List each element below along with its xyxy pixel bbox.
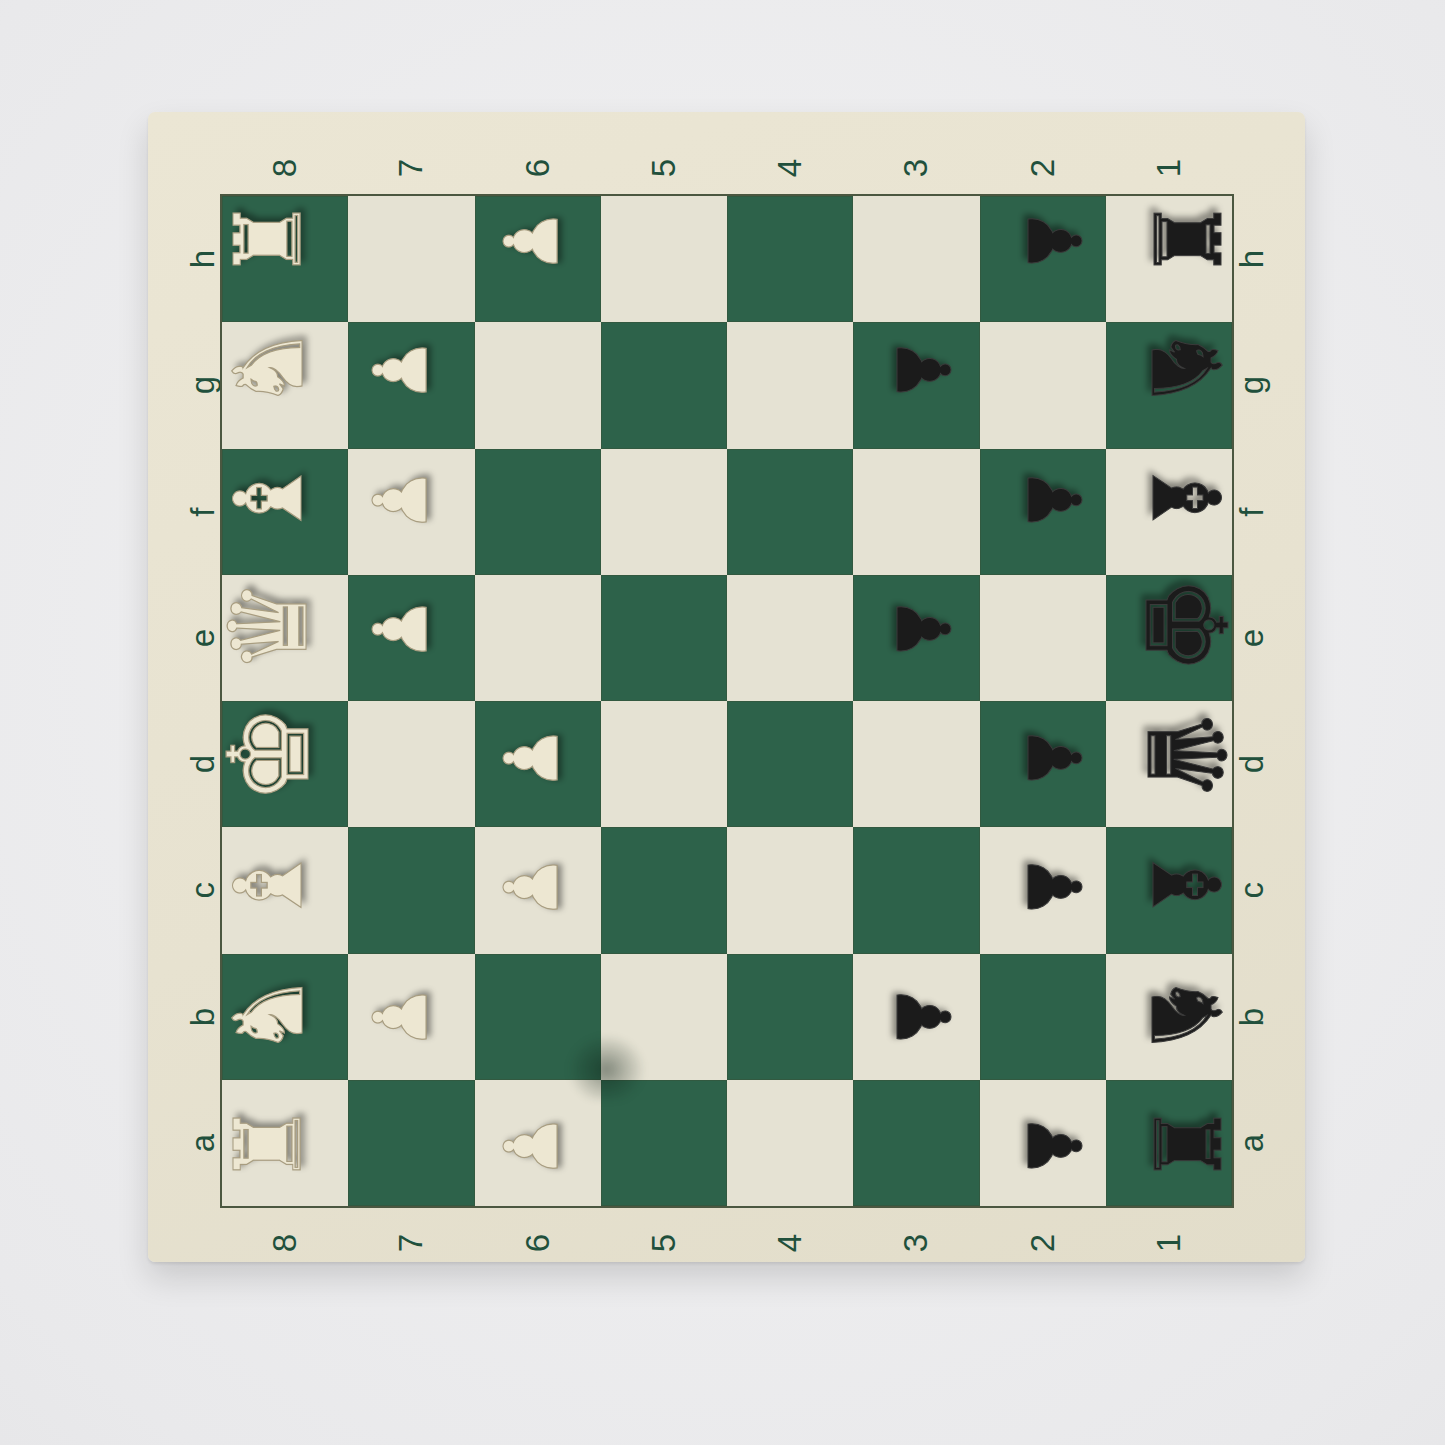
white-queen-e8[interactable]: ♛ <box>215 572 323 680</box>
square-b4[interactable] <box>727 954 853 1080</box>
black-knight-b1[interactable]: ♞ <box>1137 967 1233 1063</box>
white-pawn-f7[interactable]: ♟ <box>363 463 437 537</box>
black-knight-g1[interactable]: ♞ <box>1137 320 1233 416</box>
black-pawn-f2[interactable]: ♟ <box>1017 463 1091 537</box>
square-c3[interactable] <box>853 827 979 953</box>
square-a3[interactable] <box>853 1080 979 1206</box>
white-bishop-c8[interactable]: ♝ <box>222 838 316 932</box>
square-f4[interactable] <box>727 449 853 575</box>
white-rook-h8[interactable]: ♜ <box>223 193 315 285</box>
black-pawn-a2[interactable]: ♟ <box>1017 1109 1091 1183</box>
square-e6[interactable] <box>475 575 601 701</box>
white-pawn-b7[interactable]: ♟ <box>363 980 437 1054</box>
white-knight-b8[interactable]: ♞ <box>221 967 317 1063</box>
white-pawn-e7[interactable]: ♟ <box>363 592 437 666</box>
square-e5[interactable] <box>601 575 727 701</box>
square-d4[interactable] <box>727 701 853 827</box>
black-bishop-f1[interactable]: ♝ <box>1138 451 1232 545</box>
black-pawn-b3[interactable]: ♟ <box>886 980 960 1054</box>
white-pawn-c6[interactable]: ♟ <box>494 850 568 924</box>
white-knight-g8[interactable]: ♞ <box>221 320 317 416</box>
black-king-e1[interactable]: ♚ <box>1129 569 1241 681</box>
black-rook-h1[interactable]: ♜ <box>1139 193 1231 285</box>
square-g4[interactable] <box>727 322 853 448</box>
black-pawn-d2[interactable]: ♟ <box>1017 721 1091 795</box>
square-g5[interactable] <box>601 322 727 448</box>
chess-mat: 87654321 87654321 hgfedcba hgfedcba ♜♞♝♛… <box>148 112 1305 1262</box>
black-pawn-e3[interactable]: ♟ <box>886 592 960 666</box>
white-pawn-h6[interactable]: ♟ <box>494 204 568 278</box>
square-f5[interactable] <box>601 449 727 575</box>
white-king-d8[interactable]: ♚ <box>213 698 325 810</box>
black-bishop-c1[interactable]: ♝ <box>1138 838 1232 932</box>
white-bishop-f8[interactable]: ♝ <box>222 451 316 545</box>
white-rook-a8[interactable]: ♜ <box>223 1098 315 1190</box>
rank-labels-bottom: 87654321 <box>222 1219 1232 1267</box>
black-pawn-g3[interactable]: ♟ <box>886 333 960 407</box>
square-b2[interactable] <box>980 954 1106 1080</box>
black-pawn-h2[interactable]: ♟ <box>1017 204 1091 278</box>
square-c7[interactable] <box>348 827 474 953</box>
black-rook-a1[interactable]: ♜ <box>1139 1098 1231 1190</box>
square-h7[interactable] <box>348 196 474 322</box>
black-pawn-c2[interactable]: ♟ <box>1017 850 1091 924</box>
square-a4[interactable] <box>727 1080 853 1206</box>
white-pawn-g7[interactable]: ♟ <box>363 333 437 407</box>
mat-dent-a5 <box>564 1031 649 1101</box>
square-e2[interactable] <box>980 575 1106 701</box>
white-pawn-d6[interactable]: ♟ <box>494 721 568 795</box>
white-pawn-a6[interactable]: ♟ <box>494 1109 568 1183</box>
square-c4[interactable] <box>727 827 853 953</box>
square-f3[interactable] <box>853 449 979 575</box>
square-h3[interactable] <box>853 196 979 322</box>
rank-labels-top: 87654321 <box>222 144 1232 192</box>
black-queen-d1[interactable]: ♛ <box>1131 701 1239 809</box>
square-g2[interactable] <box>980 322 1106 448</box>
square-g6[interactable] <box>475 322 601 448</box>
square-h4[interactable] <box>727 196 853 322</box>
square-e4[interactable] <box>727 575 853 701</box>
square-c5[interactable] <box>601 827 727 953</box>
square-f6[interactable] <box>475 449 601 575</box>
square-d7[interactable] <box>348 701 474 827</box>
square-d5[interactable] <box>601 701 727 827</box>
square-h5[interactable] <box>601 196 727 322</box>
square-d3[interactable] <box>853 701 979 827</box>
square-a7[interactable] <box>348 1080 474 1206</box>
